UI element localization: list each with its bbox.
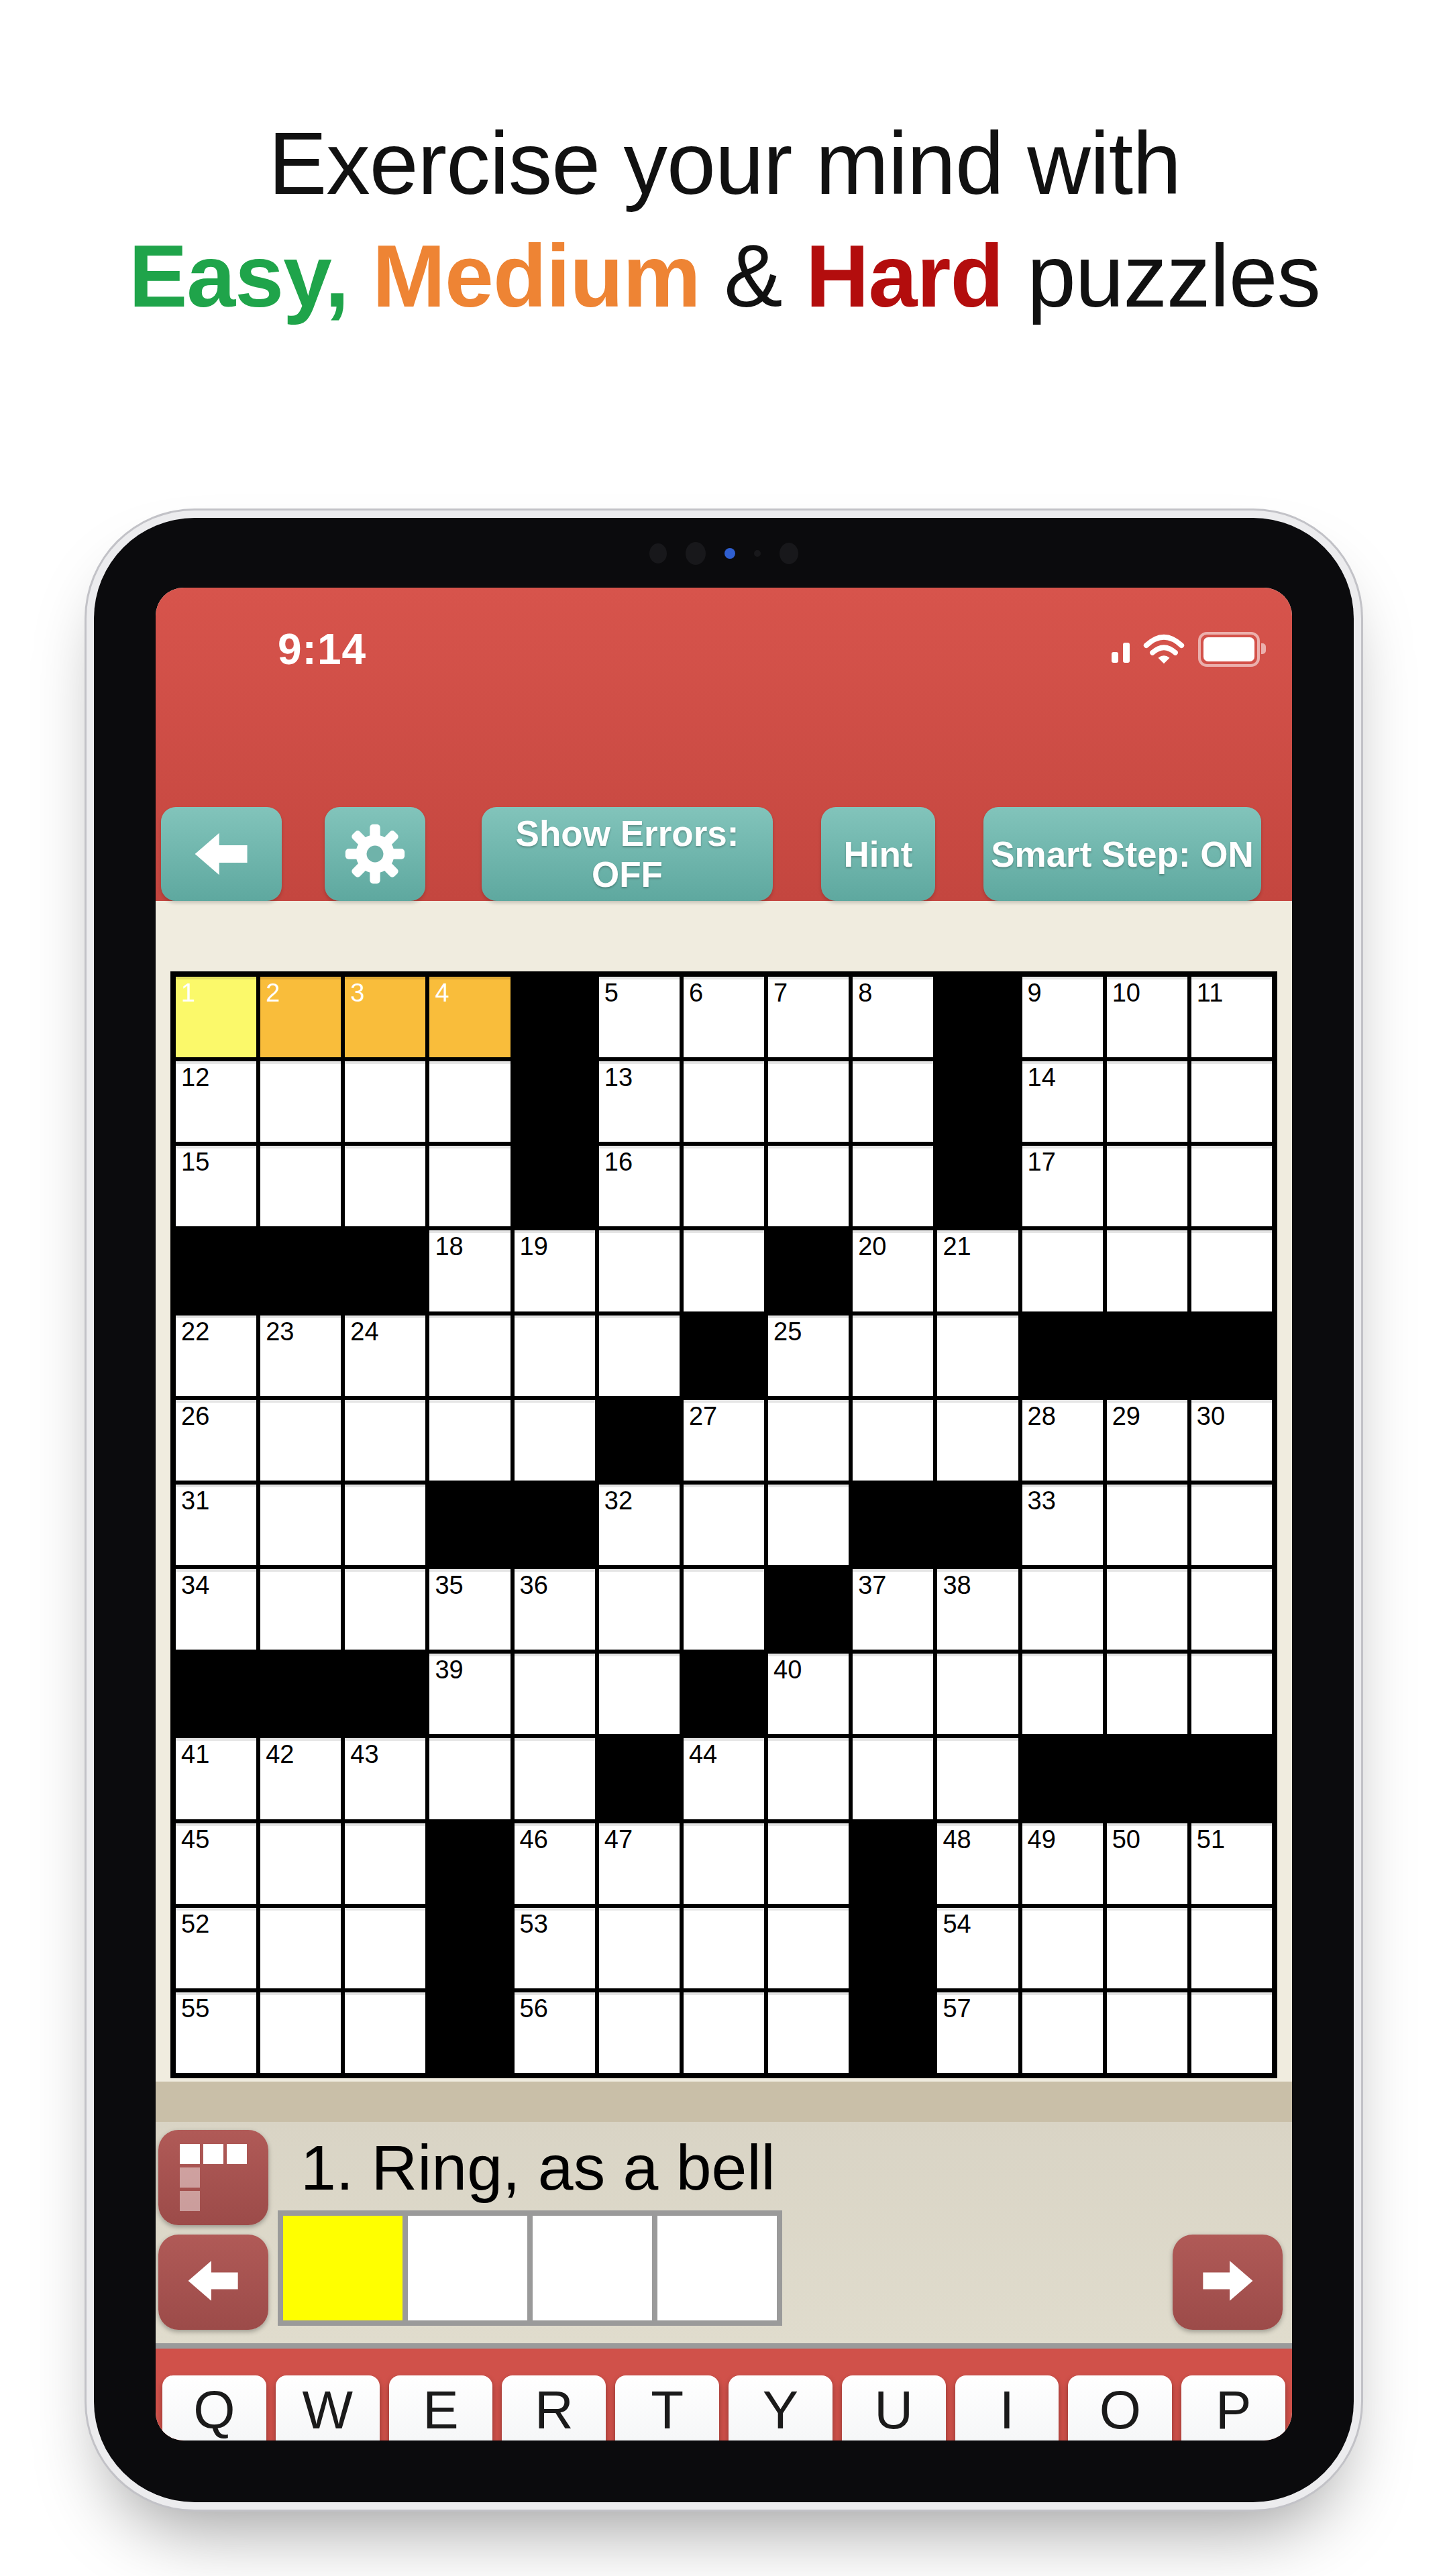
status-bar: 9:14 (156, 623, 1292, 676)
key-T[interactable]: T (615, 2375, 719, 2440)
grid-cell-r6c6 (599, 1400, 680, 1481)
grid-cell-r6c12[interactable]: 29 (1107, 1400, 1187, 1481)
headline: Exercise your mind with Easy, Medium & H… (0, 107, 1449, 333)
cell-number: 20 (858, 1232, 886, 1260)
grid-cell-r11c3[interactable] (345, 1823, 425, 1904)
camera-dot-icon (649, 543, 667, 563)
grid-cell-r2c3[interactable] (345, 1061, 425, 1142)
cell-number: 3 (350, 979, 364, 1007)
cellular-icon (1112, 636, 1130, 663)
cell-number: 34 (181, 1571, 209, 1599)
show-errors-label: Show Errors: OFF (486, 813, 769, 895)
grid-cell-r12c7[interactable] (684, 1908, 764, 1988)
grid-cell-r13c4 (429, 1992, 510, 2073)
grid-cell-r13c11[interactable] (1022, 1992, 1103, 2073)
grid-cell-r6c8[interactable] (768, 1400, 849, 1481)
cell-number: 46 (520, 1825, 548, 1854)
grid-cell-r12c9 (853, 1908, 933, 1988)
toolbar: Show Errors: OFF Hint Smart Step: ON (156, 807, 1292, 901)
grid-cell-r6c7[interactable]: 27 (684, 1400, 764, 1481)
cell-number: 13 (604, 1063, 633, 1091)
wifi-icon (1143, 632, 1185, 667)
grid-cell-r4c12[interactable] (1107, 1230, 1187, 1311)
cell-number: 4 (435, 979, 449, 1007)
grid-cell-r1c2[interactable]: 2 (260, 977, 341, 1057)
grid-cell-r5c7 (684, 1316, 764, 1396)
key-R[interactable]: R (502, 2375, 606, 2440)
cell-number: 50 (1112, 1825, 1140, 1854)
cell-number: 53 (520, 1910, 548, 1938)
cell-number: 55 (181, 1994, 209, 2023)
grid-cell-r1c1[interactable]: 1 (176, 977, 256, 1057)
grid-cell-r2c7[interactable] (684, 1061, 764, 1142)
battery-icon (1198, 632, 1260, 667)
grid-cell-r8c11[interactable] (1022, 1569, 1103, 1650)
clue-panel: 1. Ring, as a bell (156, 2122, 1292, 2343)
grid-cell-r3c2[interactable] (260, 1146, 341, 1226)
back-arrow-icon (191, 826, 252, 881)
grid-cell-r2c9[interactable] (853, 1061, 933, 1142)
answer-cell-4[interactable] (657, 2216, 777, 2320)
cell-number: 41 (181, 1740, 209, 1768)
grid-cell-r4c10[interactable]: 21 (937, 1230, 1018, 1311)
grid-cell-r1c3[interactable]: 3 (345, 977, 425, 1057)
previous-clue-button[interactable] (158, 2235, 268, 2330)
grid-cell-r7c3[interactable] (345, 1485, 425, 1565)
smart-step-toggle[interactable]: Smart Step: ON (983, 807, 1261, 901)
grid-cell-r1c11[interactable]: 9 (1022, 977, 1103, 1057)
grid-cell-r1c8[interactable]: 7 (768, 977, 849, 1057)
cell-number: 24 (350, 1318, 378, 1346)
cell-number: 9 (1028, 979, 1042, 1007)
grid-cell-r7c8[interactable] (768, 1485, 849, 1565)
grid-cell-r1c6[interactable]: 5 (599, 977, 680, 1057)
grid-cell-r7c12[interactable] (1107, 1485, 1187, 1565)
grid-cell-r10c5[interactable] (515, 1738, 595, 1819)
key-W[interactable]: W (276, 2375, 380, 2440)
cell-number: 29 (1112, 1402, 1140, 1430)
gear-icon (343, 822, 407, 886)
grid-cell-r11c9 (853, 1823, 933, 1904)
grid-cell-r3c1[interactable]: 15 (176, 1146, 256, 1226)
grid-cell-r8c12[interactable] (1107, 1569, 1187, 1650)
grid-cell-r3c6[interactable]: 16 (599, 1146, 680, 1226)
grid-cell-r4c1 (176, 1230, 256, 1311)
cell-number: 7 (773, 979, 788, 1007)
grid-cell-r8c8 (768, 1569, 849, 1650)
grid-cell-r4c7[interactable] (684, 1230, 764, 1311)
grid-cell-r5c6[interactable] (599, 1316, 680, 1396)
cell-number: 27 (689, 1402, 717, 1430)
grid-cell-r9c8[interactable]: 40 (768, 1654, 849, 1734)
clue-list-button[interactable] (158, 2130, 268, 2225)
grid-cell-r11c2[interactable] (260, 1823, 341, 1904)
camera-indicator-icon (724, 548, 735, 559)
cell-number: 37 (858, 1571, 886, 1599)
grid-cell-r13c5[interactable]: 56 (515, 1992, 595, 2073)
grid-cell-r2c2[interactable] (260, 1061, 341, 1142)
grid-cell-r6c2[interactable] (260, 1400, 341, 1481)
grid-cell-r8c10[interactable]: 38 (937, 1569, 1018, 1650)
grid-cell-r7c11[interactable]: 33 (1022, 1485, 1103, 1565)
grid-cell-r10c13 (1191, 1738, 1272, 1819)
current-clue: 1. Ring, as a bell (301, 2131, 775, 2204)
grid-cell-r4c9[interactable]: 20 (853, 1230, 933, 1311)
cell-number: 21 (943, 1232, 971, 1260)
app-screen: 9:14 (156, 588, 1292, 2440)
grid-cell-r5c10[interactable] (937, 1316, 1018, 1396)
grid-cell-r8c3[interactable] (345, 1569, 425, 1650)
cell-number: 5 (604, 979, 619, 1007)
grid-cell-r10c2[interactable]: 42 (260, 1738, 341, 1819)
grid-cell-r7c4 (429, 1485, 510, 1565)
cell-number: 47 (604, 1825, 633, 1854)
grid-cell-r7c9 (853, 1485, 933, 1565)
back-button[interactable] (161, 807, 282, 901)
grid-cell-r10c7[interactable]: 44 (684, 1738, 764, 1819)
grid-cell-r12c4 (429, 1908, 510, 1988)
keyboard-row: QWERTYUIOP (156, 2349, 1292, 2440)
grid-cell-r7c7[interactable] (684, 1485, 764, 1565)
cell-number: 52 (181, 1910, 209, 1938)
cell-number: 1 (181, 979, 195, 1007)
key-I[interactable]: I (955, 2375, 1059, 2440)
grid-cell-r4c2 (260, 1230, 341, 1311)
cell-number: 16 (604, 1148, 633, 1176)
key-Q[interactable]: Q (162, 2375, 266, 2440)
grid-cell-r8c5[interactable]: 36 (515, 1569, 595, 1650)
cell-number: 54 (943, 1910, 971, 1938)
grid-cell-r5c11 (1022, 1316, 1103, 1396)
grid-cell-r11c10[interactable]: 48 (937, 1823, 1018, 1904)
grid-cell-r9c10[interactable] (937, 1654, 1018, 1734)
grid-cell-r13c10[interactable]: 57 (937, 1992, 1018, 2073)
grid-cell-r13c6[interactable] (599, 1992, 680, 2073)
cell-number: 35 (435, 1571, 463, 1599)
grid-cell-r9c1 (176, 1654, 256, 1734)
grid-cell-r9c13[interactable] (1191, 1654, 1272, 1734)
key-O[interactable]: O (1068, 2375, 1172, 2440)
cell-number: 23 (266, 1318, 294, 1346)
cell-number: 42 (266, 1740, 294, 1768)
key-U[interactable]: U (842, 2375, 946, 2440)
grid-cell-r5c4[interactable] (429, 1316, 510, 1396)
cell-number: 32 (604, 1487, 633, 1515)
tablet-device: 9:14 (94, 518, 1354, 2502)
cell-number: 19 (520, 1232, 548, 1260)
grid-cell-r2c11[interactable]: 14 (1022, 1061, 1103, 1142)
headline-word: Easy, (129, 227, 349, 325)
grid-cell-r4c3 (345, 1230, 425, 1311)
grid-cell-r13c2[interactable] (260, 1992, 341, 2073)
grid-cell-r8c1[interactable]: 34 (176, 1569, 256, 1650)
right-arrow-icon (1199, 2255, 1256, 2310)
grid-cell-r5c12 (1107, 1316, 1187, 1396)
grid-cell-r12c12[interactable] (1107, 1908, 1187, 1988)
camera-array-icon (649, 542, 798, 565)
grid-cell-r5c2[interactable]: 23 (260, 1316, 341, 1396)
grid-cell-r5c3[interactable]: 24 (345, 1316, 425, 1396)
grid-cell-r8c6[interactable] (599, 1569, 680, 1650)
grid-bottom-band (156, 2082, 1292, 2122)
grid-cell-r9c12[interactable] (1107, 1654, 1187, 1734)
grid-cell-r13c3[interactable] (345, 1992, 425, 2073)
grid-cell-r1c9[interactable]: 8 (853, 977, 933, 1057)
grid-cell-r12c11[interactable] (1022, 1908, 1103, 1988)
left-arrow-icon (184, 2255, 242, 2310)
grid-cell-r6c5[interactable] (515, 1400, 595, 1481)
grid-cell-r9c9[interactable] (853, 1654, 933, 1734)
grid-cell-r6c13[interactable]: 30 (1191, 1400, 1272, 1481)
grid-list-icon (180, 2144, 247, 2211)
grid-cell-r1c12[interactable]: 10 (1107, 977, 1187, 1057)
grid-cell-r5c13 (1191, 1316, 1272, 1396)
cell-number: 36 (520, 1571, 548, 1599)
grid-cell-r7c13[interactable] (1191, 1485, 1272, 1565)
cell-number: 30 (1197, 1402, 1225, 1430)
grid-cell-r13c1[interactable]: 55 (176, 1992, 256, 2073)
cell-number: 43 (350, 1740, 378, 1768)
grid-cell-r3c13[interactable] (1191, 1146, 1272, 1226)
grid-cell-r11c13[interactable]: 51 (1191, 1823, 1272, 1904)
grid-cell-r7c10 (937, 1485, 1018, 1565)
grid-cell-r9c4[interactable]: 39 (429, 1654, 510, 1734)
grid-area: 1234567891011121314151617181920212223242… (156, 968, 1292, 2082)
hint-button[interactable]: Hint (821, 807, 935, 901)
grid-cell-r6c10[interactable] (937, 1400, 1018, 1481)
grid-cell-r11c7[interactable] (684, 1823, 764, 1904)
grid-cell-r13c8[interactable] (768, 1992, 849, 2073)
grid-cell-r7c5 (515, 1485, 595, 1565)
cell-number: 14 (1028, 1063, 1056, 1091)
grid-cell-r3c7[interactable] (684, 1146, 764, 1226)
cell-number: 56 (520, 1994, 548, 2023)
cell-number: 25 (773, 1318, 802, 1346)
grid-cell-r8c7[interactable] (684, 1569, 764, 1650)
smart-step-label: Smart Step: ON (991, 834, 1254, 875)
cell-number: 18 (435, 1232, 463, 1260)
keyboard: QWERTYUIOP (156, 2343, 1292, 2440)
title-line2: Easy, Medium & Hard puzzles (0, 220, 1449, 333)
grid-cell-r8c4[interactable]: 35 (429, 1569, 510, 1650)
grid-cell-r4c6[interactable] (599, 1230, 680, 1311)
grid-cell-r10c8[interactable] (768, 1738, 849, 1819)
cell-number: 2 (266, 979, 280, 1007)
grid-cell-r2c6[interactable]: 13 (599, 1061, 680, 1142)
grid-cell-r13c12[interactable] (1107, 1992, 1187, 2073)
grid-cell-r10c4[interactable] (429, 1738, 510, 1819)
grid-cell-r3c11[interactable]: 17 (1022, 1146, 1103, 1226)
headline-word: Hard (806, 227, 1003, 325)
cell-number: 8 (858, 979, 872, 1007)
grid-cell-r4c5[interactable]: 19 (515, 1230, 595, 1311)
grid-cell-r11c6[interactable]: 47 (599, 1823, 680, 1904)
headline-word: & (700, 227, 806, 325)
cell-number: 17 (1028, 1148, 1056, 1176)
cell-number: 44 (689, 1740, 717, 1768)
grid-cell-r10c12 (1107, 1738, 1187, 1819)
answer-cell-2[interactable] (408, 2216, 527, 2320)
promo-page: Exercise your mind with Easy, Medium & H… (0, 0, 1449, 2576)
grid-cell-r10c9[interactable] (853, 1738, 933, 1819)
grid-cell-r7c6[interactable]: 32 (599, 1485, 680, 1565)
grid-cell-r13c13[interactable] (1191, 1992, 1272, 2073)
cell-number: 12 (181, 1063, 209, 1091)
grid-cell-r2c4[interactable] (429, 1061, 510, 1142)
key-P[interactable]: P (1181, 2375, 1285, 2440)
grid-cell-r12c10[interactable]: 54 (937, 1908, 1018, 1988)
grid-cell-r12c1[interactable]: 52 (176, 1908, 256, 1988)
answer-cell-3[interactable] (533, 2216, 652, 2320)
header-separator (156, 901, 1292, 968)
grid-cell-r2c13[interactable] (1191, 1061, 1272, 1142)
grid-cell-r7c1[interactable]: 31 (176, 1485, 256, 1565)
answer-strip (278, 2210, 782, 2326)
cell-number: 11 (1197, 979, 1223, 1007)
headline-word: puzzles (1003, 227, 1320, 325)
cell-number: 57 (943, 1994, 971, 2023)
cell-number: 39 (435, 1656, 463, 1684)
grid-cell-r8c9[interactable]: 37 (853, 1569, 933, 1650)
settings-button[interactable] (325, 807, 425, 901)
grid-cell-r2c10 (937, 1061, 1018, 1142)
grid-cell-r9c3 (345, 1654, 425, 1734)
grid-cell-r12c5[interactable]: 53 (515, 1908, 595, 1988)
grid-cell-r11c12[interactable]: 50 (1107, 1823, 1187, 1904)
camera-dot-icon (686, 542, 706, 565)
headline-word: Medium (349, 227, 700, 325)
grid-cell-r1c13[interactable]: 11 (1191, 977, 1272, 1057)
headline-line1: Exercise your mind with (0, 107, 1449, 220)
grid-cell-r6c11[interactable]: 28 (1022, 1400, 1103, 1481)
grid-cell-r5c5[interactable] (515, 1316, 595, 1396)
cell-number: 28 (1028, 1402, 1056, 1430)
hint-label: Hint (843, 834, 912, 875)
cell-number: 49 (1028, 1825, 1056, 1854)
cell-number: 45 (181, 1825, 209, 1854)
grid-cell-r5c9[interactable] (853, 1316, 933, 1396)
grid-cell-r2c12[interactable] (1107, 1061, 1187, 1142)
grid-cell-r1c10 (937, 977, 1018, 1057)
show-errors-toggle[interactable]: Show Errors: OFF (482, 807, 773, 901)
grid-cell-r6c3[interactable] (345, 1400, 425, 1481)
grid-cell-r1c4[interactable]: 4 (429, 977, 510, 1057)
cell-number: 10 (1112, 979, 1140, 1007)
cell-number: 38 (943, 1571, 971, 1599)
cell-number: 33 (1028, 1487, 1056, 1515)
grid-cell-r3c3[interactable] (345, 1146, 425, 1226)
grid-cell-r12c3[interactable] (345, 1908, 425, 1988)
status-icons (1112, 632, 1260, 667)
grid-cell-r12c13[interactable] (1191, 1908, 1272, 1988)
grid-cell-r3c4[interactable] (429, 1146, 510, 1226)
grid-cell-r9c11[interactable] (1022, 1654, 1103, 1734)
cell-number: 40 (773, 1656, 802, 1684)
grid-cell-r2c1[interactable]: 12 (176, 1061, 256, 1142)
camera-dot-icon (780, 543, 798, 564)
cell-number: 6 (689, 979, 703, 1007)
grid-cell-r3c9[interactable] (853, 1146, 933, 1226)
grid-cell-r13c9 (853, 1992, 933, 2073)
grid-cell-r8c2[interactable] (260, 1569, 341, 1650)
grid-cell-r7c2[interactable] (260, 1485, 341, 1565)
key-Y[interactable]: Y (729, 2375, 833, 2440)
grid-cell-r11c4 (429, 1823, 510, 1904)
grid-cell-r5c8[interactable]: 25 (768, 1316, 849, 1396)
cell-number: 22 (181, 1318, 209, 1346)
grid-cell-r8c13[interactable] (1191, 1569, 1272, 1650)
grid-cell-r1c5 (515, 977, 595, 1057)
key-E[interactable]: E (389, 2375, 493, 2440)
grid-cell-r10c11 (1022, 1738, 1103, 1819)
grid-cell-r9c7 (684, 1654, 764, 1734)
grid-cell-r4c11[interactable] (1022, 1230, 1103, 1311)
next-clue-button[interactable] (1173, 2235, 1283, 2330)
grid-cell-r13c7[interactable] (684, 1992, 764, 2073)
grid-cell-r9c6[interactable] (599, 1654, 680, 1734)
grid-cell-r2c8[interactable] (768, 1061, 849, 1142)
grid-cell-r9c2 (260, 1654, 341, 1734)
grid-cell-r3c5 (515, 1146, 595, 1226)
grid-cell-r1c7[interactable]: 6 (684, 977, 764, 1057)
grid-cell-r2c5 (515, 1061, 595, 1142)
grid-cell-r10c6 (599, 1738, 680, 1819)
grid-cell-r10c10[interactable] (937, 1738, 1018, 1819)
grid-cell-r11c11[interactable]: 49 (1022, 1823, 1103, 1904)
grid-cell-r4c13[interactable] (1191, 1230, 1272, 1311)
grid-cell-r6c1[interactable]: 26 (176, 1400, 256, 1481)
grid-cell-r12c8[interactable] (768, 1908, 849, 1988)
status-time: 9:14 (278, 625, 366, 674)
grid-cell-r6c4[interactable] (429, 1400, 510, 1481)
cell-number: 26 (181, 1402, 209, 1430)
grid-cell-r3c10 (937, 1146, 1018, 1226)
grid-cell-r11c1[interactable]: 45 (176, 1823, 256, 1904)
grid-cell-r12c6[interactable] (599, 1908, 680, 1988)
cell-number: 31 (181, 1487, 209, 1515)
grid-cell-r11c5[interactable]: 46 (515, 1823, 595, 1904)
cell-number: 51 (1197, 1825, 1225, 1854)
grid-cell-r4c8 (768, 1230, 849, 1311)
answer-cell-1[interactable] (283, 2216, 402, 2320)
grid-cell-r4c4[interactable]: 18 (429, 1230, 510, 1311)
grid-cell-r10c3[interactable]: 43 (345, 1738, 425, 1819)
grid-cell-r10c1[interactable]: 41 (176, 1738, 256, 1819)
crossword-grid: 1234567891011121314151617181920212223242… (170, 971, 1277, 2078)
grid-cell-r12c2[interactable] (260, 1908, 341, 1988)
cell-number: 48 (943, 1825, 971, 1854)
grid-cell-r6c9[interactable] (853, 1400, 933, 1481)
app-header: 9:14 (156, 588, 1292, 901)
grid-cell-r5c1[interactable]: 22 (176, 1316, 256, 1396)
grid-cell-r11c8[interactable] (768, 1823, 849, 1904)
camera-dot-icon (754, 550, 761, 557)
cell-number: 15 (181, 1148, 209, 1176)
grid-cell-r3c12[interactable] (1107, 1146, 1187, 1226)
grid-cell-r9c5[interactable] (515, 1654, 595, 1734)
grid-cell-r3c8[interactable] (768, 1146, 849, 1226)
